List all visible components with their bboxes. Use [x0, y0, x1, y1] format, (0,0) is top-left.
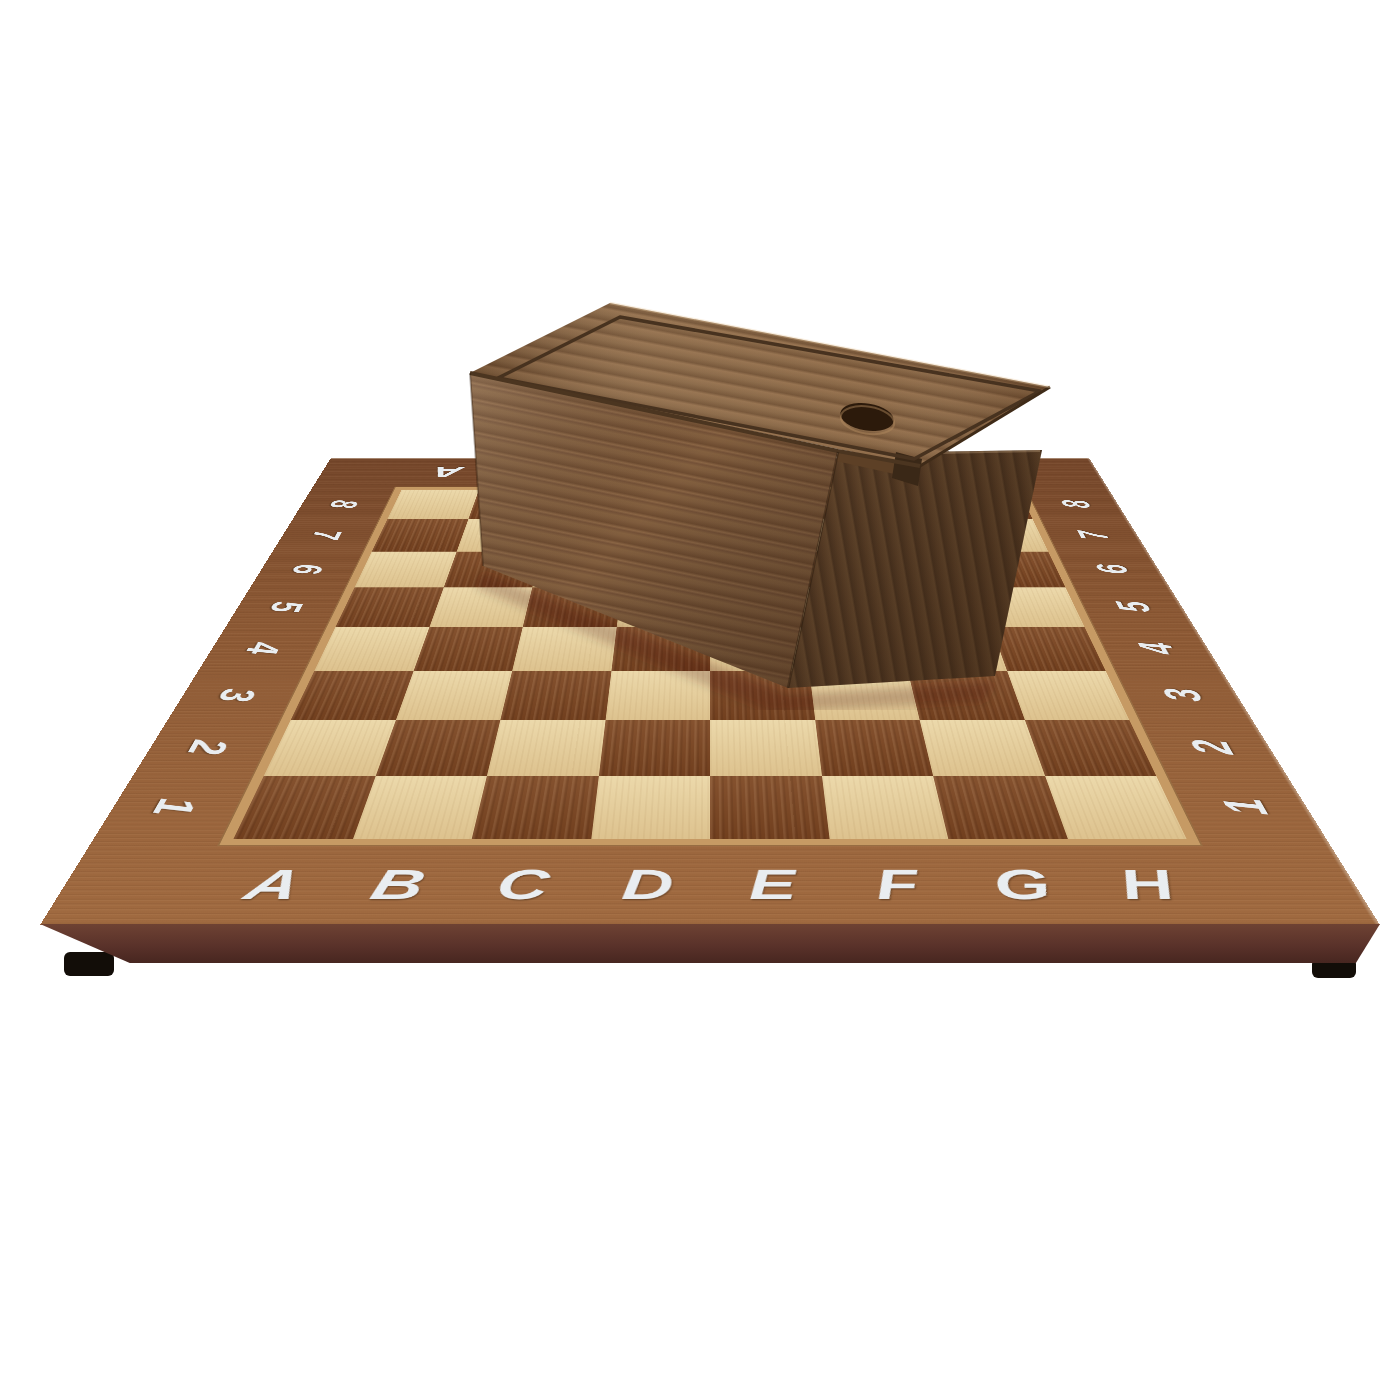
scene: ABCDEFGH ABCDEFGH 87654321 87654321 [0, 0, 1400, 1400]
coord-label: 4 [201, 625, 323, 672]
coord-label: 5 [228, 586, 343, 628]
square-f2 [815, 720, 933, 776]
square-c1 [472, 776, 599, 839]
square-d1 [591, 776, 710, 839]
square-c2 [487, 720, 605, 776]
square-e1 [710, 776, 829, 839]
square-e2 [710, 720, 822, 776]
board-side-edge [40, 924, 1380, 963]
piece-box [440, 280, 1070, 710]
square-b1 [353, 776, 487, 839]
square-d2 [598, 720, 710, 776]
board-foot-left [64, 952, 114, 976]
coord-label: E [710, 846, 840, 925]
coord-label: 2 [1143, 718, 1284, 777]
coord-label: 3 [170, 669, 301, 722]
coord-label: 3 [1119, 669, 1250, 722]
coord-label: D [581, 846, 711, 925]
coord-label: 6 [1060, 550, 1168, 588]
square-b2 [375, 720, 500, 776]
coord-label: H [1070, 846, 1228, 925]
square-f1 [822, 776, 949, 839]
files-bottom: ABCDEFGH [192, 846, 1228, 925]
coord-label: 5 [1077, 586, 1192, 628]
coord-label: 7 [275, 518, 377, 553]
coord-label: 6 [252, 550, 360, 588]
square-a5 [336, 587, 444, 627]
square-a4 [314, 627, 429, 671]
coord-label: 4 [1097, 625, 1219, 672]
coord-label: 8 [295, 489, 391, 520]
coord-label: C [451, 846, 590, 925]
coord-label: F [830, 846, 969, 925]
square-g2 [920, 720, 1045, 776]
